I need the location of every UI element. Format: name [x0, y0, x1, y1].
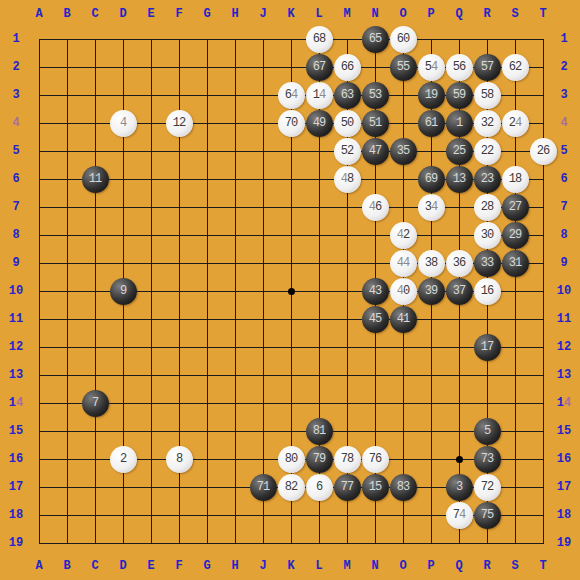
move-number: 6: [316, 481, 322, 493]
stone-black-37-Q10: 37: [446, 278, 473, 305]
coord-right-17: 17: [550, 480, 578, 494]
stone-white-12-F4: 12: [166, 110, 193, 137]
coord-right-12: 12: [550, 340, 578, 354]
coord-right-11: 11: [550, 312, 578, 326]
move-number: 27: [509, 201, 521, 213]
move-number: 77: [341, 481, 353, 493]
move-number: 65: [369, 33, 381, 45]
move-number: 41: [397, 313, 409, 325]
stone-white-68-L1: 68: [306, 26, 333, 53]
stone-black-15-N17: 15: [362, 474, 389, 501]
move-number: 24: [509, 117, 521, 129]
coord-left-19: 19: [2, 536, 30, 550]
coord-bottom-E: E: [137, 559, 165, 573]
coord-right-2: 2: [550, 60, 578, 74]
coord-top-N: N: [361, 7, 389, 21]
coord-top-D: D: [109, 7, 137, 21]
coord-top-P: P: [417, 7, 445, 21]
move-number: 45: [369, 313, 381, 325]
stone-white-6-L17: 6: [306, 474, 333, 501]
stone-black-13-Q6: 13: [446, 166, 473, 193]
move-number: 32: [481, 117, 493, 129]
move-number: 40: [397, 285, 409, 297]
coord-top-F: F: [165, 7, 193, 21]
stone-white-8-F16: 8: [166, 446, 193, 473]
stone-white-62-S2: 62: [502, 54, 529, 81]
move-number: 7: [92, 397, 98, 409]
coord-left-16: 16: [2, 452, 30, 466]
move-number: 14: [313, 89, 325, 101]
stone-white-72-R17: 72: [474, 474, 501, 501]
move-number: 4: [120, 117, 126, 129]
stone-black-39-P10: 39: [418, 278, 445, 305]
star-point-K10: [288, 288, 295, 295]
stone-white-24-S4: 24: [502, 110, 529, 137]
move-number: 53: [369, 89, 381, 101]
stone-white-34-P7: 34: [418, 194, 445, 221]
move-number: 46: [369, 201, 381, 213]
coord-left-9: 9: [2, 256, 30, 270]
move-number: 81: [313, 425, 325, 437]
stone-black-33-R9: 33: [474, 250, 501, 277]
coord-left-3: 3: [2, 88, 30, 102]
stone-white-70-K4: 70: [278, 110, 305, 137]
stone-white-4-D4: 4: [110, 110, 137, 137]
move-number: 15: [369, 481, 381, 493]
move-number: 56: [453, 61, 465, 73]
move-number: 73: [481, 453, 493, 465]
stone-white-40-O10: 40: [390, 278, 417, 305]
coord-bottom-M: M: [333, 559, 361, 573]
coord-top-G: G: [193, 7, 221, 21]
move-number: 50: [341, 117, 353, 129]
move-number: 66: [341, 61, 353, 73]
coord-left-13: 13: [2, 368, 30, 382]
coord-bottom-C: C: [81, 559, 109, 573]
move-number: 5: [484, 425, 490, 437]
stone-black-53-N3: 53: [362, 82, 389, 109]
coord-bottom-K: K: [277, 559, 305, 573]
move-number: 39: [425, 285, 437, 297]
stone-black-9-D10: 9: [110, 278, 137, 305]
coord-bottom-S: S: [501, 559, 529, 573]
stone-white-16-R10: 16: [474, 278, 501, 305]
move-number: 35: [397, 145, 409, 157]
move-number: 12: [173, 117, 185, 129]
move-number: 52: [341, 145, 353, 157]
move-number: 2: [120, 453, 126, 465]
stone-black-73-R16: 73: [474, 446, 501, 473]
coord-top-K: K: [277, 7, 305, 21]
stone-black-51-N4: 51: [362, 110, 389, 137]
coord-top-H: H: [221, 7, 249, 21]
move-number: 25: [453, 145, 465, 157]
coord-bottom-J: J: [249, 559, 277, 573]
move-number: 47: [369, 145, 381, 157]
coord-top-M: M: [333, 7, 361, 21]
move-number: 37: [453, 285, 465, 297]
move-number: 9: [120, 285, 126, 297]
stone-white-36-Q9: 36: [446, 250, 473, 277]
stone-black-67-L2: 67: [306, 54, 333, 81]
coord-bottom-L: L: [305, 559, 333, 573]
coord-left-12: 12: [2, 340, 30, 354]
stone-white-52-M5: 52: [334, 138, 361, 165]
go-board-diagram: AABBCCDDEEFFGGHHJJKKLLMMNNOOPPQQRRSSTT11…: [0, 0, 580, 580]
stone-black-83-O17: 83: [390, 474, 417, 501]
stone-black-1-Q4: 1: [446, 110, 473, 137]
move-number: 64: [285, 89, 297, 101]
coord-right-3: 3: [550, 88, 578, 102]
stone-black-23-R6: 23: [474, 166, 501, 193]
stone-white-82-K17: 82: [278, 474, 305, 501]
coord-bottom-R: R: [473, 559, 501, 573]
coord-left-6: 6: [2, 172, 30, 186]
stone-black-75-R18: 75: [474, 502, 501, 529]
stone-black-3-Q17: 3: [446, 474, 473, 501]
coord-bottom-B: B: [53, 559, 81, 573]
coord-left-14: 14: [2, 396, 30, 410]
stone-white-54-P2: 54: [418, 54, 445, 81]
coord-right-19: 19: [550, 536, 578, 550]
coord-bottom-T: T: [529, 559, 557, 573]
coord-right-13: 13: [550, 368, 578, 382]
move-number: 18: [509, 173, 521, 185]
coord-top-O: O: [389, 7, 417, 21]
stone-black-17-R12: 17: [474, 334, 501, 361]
coord-left-17: 17: [2, 480, 30, 494]
coord-bottom-H: H: [221, 559, 249, 573]
move-number: 82: [285, 481, 297, 493]
move-number: 57: [481, 61, 493, 73]
move-number: 62: [509, 61, 521, 73]
stone-black-45-N11: 45: [362, 306, 389, 333]
stone-black-55-O2: 55: [390, 54, 417, 81]
coord-top-C: C: [81, 7, 109, 21]
move-number: 1: [456, 117, 462, 129]
coord-right-10: 10: [550, 284, 578, 298]
move-number: 70: [285, 117, 297, 129]
coord-top-Q: Q: [445, 7, 473, 21]
coord-left-15: 15: [2, 424, 30, 438]
move-number: 49: [313, 117, 325, 129]
coord-bottom-D: D: [109, 559, 137, 573]
move-number: 26: [537, 145, 549, 157]
coord-bottom-P: P: [417, 559, 445, 573]
stone-white-2-D16: 2: [110, 446, 137, 473]
stone-white-14-L3: 14: [306, 82, 333, 109]
stone-black-63-M3: 63: [334, 82, 361, 109]
move-number: 76: [369, 453, 381, 465]
move-number: 17: [481, 341, 493, 353]
stone-black-79-L16: 79: [306, 446, 333, 473]
move-number: 31: [509, 257, 521, 269]
stone-white-60-O1: 60: [390, 26, 417, 53]
stone-white-58-R3: 58: [474, 82, 501, 109]
move-number: 11: [89, 173, 101, 185]
stone-white-80-K16: 80: [278, 446, 305, 473]
coord-bottom-G: G: [193, 559, 221, 573]
stone-white-32-R4: 32: [474, 110, 501, 137]
stone-white-28-R7: 28: [474, 194, 501, 221]
stone-white-26-T5: 26: [530, 138, 557, 165]
stone-white-76-N16: 76: [362, 446, 389, 473]
stone-black-43-N10: 43: [362, 278, 389, 305]
coord-left-1: 1: [2, 32, 30, 46]
stone-black-7-C14: 7: [82, 390, 109, 417]
move-number: 74: [453, 509, 465, 521]
move-number: 28: [481, 201, 493, 213]
stone-black-47-N5: 47: [362, 138, 389, 165]
move-number: 71: [257, 481, 269, 493]
coord-top-S: S: [501, 7, 529, 21]
coord-left-18: 18: [2, 508, 30, 522]
coord-bottom-A: A: [25, 559, 53, 573]
stone-white-22-R5: 22: [474, 138, 501, 165]
stone-black-29-S8: 29: [502, 222, 529, 249]
move-number: 80: [285, 453, 297, 465]
coord-left-10: 10: [2, 284, 30, 298]
move-number: 48: [341, 173, 353, 185]
move-number: 69: [425, 173, 437, 185]
move-number: 78: [341, 453, 353, 465]
move-number: 13: [453, 173, 465, 185]
coord-right-8: 8: [550, 228, 578, 242]
coord-right-15: 15: [550, 424, 578, 438]
star-point-Q16: [456, 456, 463, 463]
move-number: 3: [456, 481, 462, 493]
stone-black-19-P3: 19: [418, 82, 445, 109]
coord-bottom-F: F: [165, 559, 193, 573]
coord-left-2: 2: [2, 60, 30, 74]
move-number: 55: [397, 61, 409, 73]
move-number: 8: [176, 453, 182, 465]
stone-white-56-Q2: 56: [446, 54, 473, 81]
coord-top-B: B: [53, 7, 81, 21]
coord-bottom-O: O: [389, 559, 417, 573]
coord-right-14: 14: [550, 396, 578, 410]
stone-white-18-S6: 18: [502, 166, 529, 193]
move-number: 59: [453, 89, 465, 101]
coord-right-6: 6: [550, 172, 578, 186]
stone-white-48-M6: 48: [334, 166, 361, 193]
move-number: 19: [425, 89, 437, 101]
move-number: 54: [425, 61, 437, 73]
stone-black-35-O5: 35: [390, 138, 417, 165]
stone-white-66-M2: 66: [334, 54, 361, 81]
move-number: 16: [481, 285, 493, 297]
stone-white-38-P9: 38: [418, 250, 445, 277]
coord-right-1: 1: [550, 32, 578, 46]
coord-left-7: 7: [2, 200, 30, 214]
move-number: 38: [425, 257, 437, 269]
move-number: 67: [313, 61, 325, 73]
coord-left-8: 8: [2, 228, 30, 242]
move-number: 79: [313, 453, 325, 465]
coord-bottom-N: N: [361, 559, 389, 573]
stone-black-49-L4: 49: [306, 110, 333, 137]
move-number: 44: [397, 257, 409, 269]
stone-black-25-Q5: 25: [446, 138, 473, 165]
stone-white-64-K3: 64: [278, 82, 305, 109]
move-number: 75: [481, 509, 493, 521]
move-number: 83: [397, 481, 409, 493]
move-number: 58: [481, 89, 493, 101]
coord-right-7: 7: [550, 200, 578, 214]
move-number: 68: [313, 33, 325, 45]
move-number: 43: [369, 285, 381, 297]
coord-right-18: 18: [550, 508, 578, 522]
move-number: 36: [453, 257, 465, 269]
stone-black-65-N1: 65: [362, 26, 389, 53]
coord-right-9: 9: [550, 256, 578, 270]
coord-left-5: 5: [2, 144, 30, 158]
stone-white-74-Q18: 74: [446, 502, 473, 529]
coord-right-16: 16: [550, 452, 578, 466]
move-number: 30: [481, 229, 493, 241]
coord-top-T: T: [529, 7, 557, 21]
move-number: 22: [481, 145, 493, 157]
move-number: 42: [397, 229, 409, 241]
move-number: 34: [425, 201, 437, 213]
coord-top-E: E: [137, 7, 165, 21]
coord-top-L: L: [305, 7, 333, 21]
stone-white-78-M16: 78: [334, 446, 361, 473]
coord-left-11: 11: [2, 312, 30, 326]
stone-black-31-S9: 31: [502, 250, 529, 277]
move-number: 72: [481, 481, 493, 493]
move-number: 61: [425, 117, 437, 129]
coord-top-A: A: [25, 7, 53, 21]
stone-black-81-L15: 81: [306, 418, 333, 445]
stone-black-61-P4: 61: [418, 110, 445, 137]
stone-white-46-N7: 46: [362, 194, 389, 221]
coord-left-4: 4: [2, 116, 30, 130]
coord-bottom-Q: Q: [445, 559, 473, 573]
move-number: 29: [509, 229, 521, 241]
move-number: 63: [341, 89, 353, 101]
stone-black-11-C6: 11: [82, 166, 109, 193]
move-number: 51: [369, 117, 381, 129]
move-number: 60: [397, 33, 409, 45]
stone-black-59-Q3: 59: [446, 82, 473, 109]
move-number: 23: [481, 173, 493, 185]
stone-white-44-O9: 44: [390, 250, 417, 277]
stone-black-5-R15: 5: [474, 418, 501, 445]
stone-black-69-P6: 69: [418, 166, 445, 193]
coord-top-R: R: [473, 7, 501, 21]
stone-black-41-O11: 41: [390, 306, 417, 333]
stone-black-77-M17: 77: [334, 474, 361, 501]
stone-white-30-R8: 30: [474, 222, 501, 249]
stone-black-27-S7: 27: [502, 194, 529, 221]
stone-black-57-R2: 57: [474, 54, 501, 81]
coord-top-J: J: [249, 7, 277, 21]
stone-white-50-M4: 50: [334, 110, 361, 137]
coord-right-4: 4: [550, 116, 578, 130]
stone-white-42-O8: 42: [390, 222, 417, 249]
stone-black-71-J17: 71: [250, 474, 277, 501]
move-number: 33: [481, 257, 493, 269]
